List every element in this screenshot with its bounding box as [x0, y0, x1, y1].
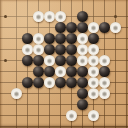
- black-stone[interactable]: [66, 33, 77, 44]
- black-stone[interactable]: [66, 22, 77, 33]
- white-stone[interactable]: [33, 44, 44, 55]
- black-stone[interactable]: [33, 77, 44, 88]
- white-stone[interactable]: [55, 11, 66, 22]
- black-stone[interactable]: [44, 33, 55, 44]
- white-stone[interactable]: [88, 110, 99, 121]
- white-stone[interactable]: [88, 55, 99, 66]
- black-stone[interactable]: [66, 55, 77, 66]
- white-stone[interactable]: [77, 33, 88, 44]
- black-stone[interactable]: [22, 33, 33, 44]
- black-stone[interactable]: [44, 44, 55, 55]
- white-stone[interactable]: [44, 77, 55, 88]
- black-stone[interactable]: [22, 77, 33, 88]
- white-stone[interactable]: [55, 66, 66, 77]
- white-stone[interactable]: [99, 88, 110, 99]
- black-stone[interactable]: [33, 66, 44, 77]
- black-stone[interactable]: [77, 99, 88, 110]
- black-stone[interactable]: [66, 44, 77, 55]
- white-stone[interactable]: [88, 22, 99, 33]
- white-stone[interactable]: [99, 77, 110, 88]
- white-stone[interactable]: [33, 11, 44, 22]
- black-stone[interactable]: [77, 22, 88, 33]
- white-stone[interactable]: [22, 44, 33, 55]
- white-stone[interactable]: [44, 55, 55, 66]
- black-stone[interactable]: [55, 44, 66, 55]
- white-stone[interactable]: [11, 88, 22, 99]
- star-point: [4, 59, 7, 62]
- black-stone[interactable]: [44, 66, 55, 77]
- black-stone[interactable]: [55, 77, 66, 88]
- white-stone[interactable]: [110, 22, 121, 33]
- white-stone[interactable]: [88, 77, 99, 88]
- white-stone[interactable]: [88, 44, 99, 55]
- black-stone[interactable]: [99, 66, 110, 77]
- black-stone[interactable]: [55, 22, 66, 33]
- star-point: [4, 15, 7, 18]
- star-point: [114, 15, 117, 18]
- go-app: [0, 0, 128, 128]
- black-stone[interactable]: [33, 55, 44, 66]
- white-stone[interactable]: [88, 88, 99, 99]
- black-stone[interactable]: [22, 55, 33, 66]
- white-stone[interactable]: [77, 44, 88, 55]
- black-stone[interactable]: [66, 66, 77, 77]
- black-stone[interactable]: [55, 55, 66, 66]
- black-stone[interactable]: [77, 88, 88, 99]
- black-stone[interactable]: [88, 33, 99, 44]
- white-stone[interactable]: [44, 11, 55, 22]
- white-stone[interactable]: [66, 110, 77, 121]
- white-stone[interactable]: [88, 66, 99, 77]
- black-stone[interactable]: [66, 77, 77, 88]
- white-stone[interactable]: [99, 55, 110, 66]
- white-stone[interactable]: [77, 55, 88, 66]
- black-stone[interactable]: [55, 33, 66, 44]
- black-stone[interactable]: [99, 22, 110, 33]
- white-stone[interactable]: [33, 33, 44, 44]
- black-stone[interactable]: [77, 11, 88, 22]
- go-board[interactable]: [0, 0, 128, 128]
- black-stone[interactable]: [77, 66, 88, 77]
- black-stone[interactable]: [77, 77, 88, 88]
